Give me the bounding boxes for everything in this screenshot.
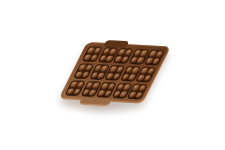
chocolate-mold	[59, 42, 172, 104]
cavity-grid	[65, 46, 166, 99]
dome-bump	[96, 72, 105, 78]
dome-bump	[105, 56, 114, 62]
dome-bump	[127, 74, 136, 80]
product-photo	[0, 0, 225, 150]
dome-bump	[136, 57, 145, 63]
